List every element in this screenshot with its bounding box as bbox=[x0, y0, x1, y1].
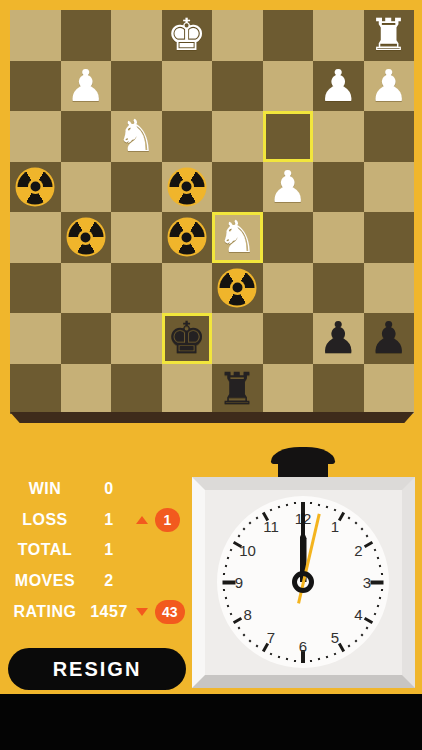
clock-tick bbox=[249, 639, 252, 642]
square-a1[interactable] bbox=[10, 364, 61, 415]
stat-value: 1 bbox=[82, 541, 136, 559]
clock-tick bbox=[377, 556, 380, 559]
square-a5[interactable] bbox=[10, 162, 61, 213]
square-b3[interactable] bbox=[61, 263, 112, 314]
chess-board[interactable]: ♚♜♟♟♟♞♟♞♚♟♟♜ bbox=[10, 10, 414, 414]
clock-tick bbox=[227, 605, 230, 608]
stat-label: RATING bbox=[8, 603, 82, 621]
square-h7[interactable]: ♟ bbox=[364, 61, 415, 112]
square-e7[interactable] bbox=[212, 61, 263, 112]
clock-tick bbox=[223, 589, 225, 591]
square-c2[interactable] bbox=[111, 313, 162, 364]
square-f4[interactable] bbox=[263, 212, 314, 263]
clock-tick bbox=[285, 504, 287, 506]
square-f8[interactable] bbox=[263, 10, 314, 61]
square-h2[interactable]: ♟ bbox=[364, 313, 415, 364]
square-e3[interactable] bbox=[212, 263, 263, 314]
stat-value: 1457 bbox=[82, 603, 136, 621]
square-g5[interactable] bbox=[313, 162, 364, 213]
square-d8[interactable]: ♚ bbox=[162, 10, 213, 61]
clock-tick bbox=[310, 659, 312, 661]
clock-tick bbox=[225, 597, 227, 599]
clock-tick bbox=[277, 506, 280, 509]
stats-panel: WIN0LOSS11TOTAL1MOVES2RATING145743 bbox=[8, 474, 192, 627]
stat-row-total: TOTAL1 bbox=[8, 535, 192, 566]
radiation-icon bbox=[218, 268, 257, 307]
clock-tick bbox=[374, 613, 377, 616]
square-f3[interactable] bbox=[263, 263, 314, 314]
square-f7[interactable] bbox=[263, 61, 314, 112]
radiation-icon bbox=[16, 167, 55, 206]
square-e6[interactable] bbox=[212, 111, 263, 162]
square-d7[interactable] bbox=[162, 61, 213, 112]
clock-tick bbox=[255, 517, 258, 520]
bottom-bar bbox=[0, 694, 422, 750]
clock-knob-stem[interactable] bbox=[278, 460, 328, 478]
clock-hub bbox=[292, 571, 314, 593]
white-knight[interactable]: ♞ bbox=[218, 212, 257, 262]
clock-tick bbox=[366, 534, 369, 537]
square-d1[interactable] bbox=[162, 364, 213, 415]
clock-tick bbox=[225, 564, 227, 566]
square-g6[interactable] bbox=[313, 111, 364, 162]
square-d4[interactable] bbox=[162, 212, 213, 263]
clock-tick bbox=[230, 549, 233, 552]
square-b1[interactable] bbox=[61, 364, 112, 415]
square-h4[interactable] bbox=[364, 212, 415, 263]
white-pawn[interactable]: ♟ bbox=[319, 61, 358, 111]
black-rook[interactable]: ♜ bbox=[218, 364, 257, 414]
square-g2[interactable]: ♟ bbox=[313, 313, 364, 364]
clock-tick bbox=[354, 639, 357, 642]
square-b8[interactable] bbox=[61, 10, 112, 61]
clock-number-10: 10 bbox=[237, 543, 259, 558]
white-pawn[interactable]: ♟ bbox=[66, 61, 105, 111]
chess-clock: 121234567891011 bbox=[192, 477, 415, 688]
stat-label: WIN bbox=[8, 480, 82, 498]
clock-number-3: 3 bbox=[356, 575, 378, 590]
square-c3[interactable] bbox=[111, 263, 162, 314]
square-d3[interactable] bbox=[162, 263, 213, 314]
square-d2[interactable]: ♚ bbox=[162, 313, 213, 364]
square-a6[interactable] bbox=[10, 111, 61, 162]
stat-value: 2 bbox=[82, 572, 136, 590]
clock-face: 121234567891011 bbox=[217, 496, 389, 668]
clock-tick bbox=[230, 613, 233, 616]
stat-row-moves: MOVES2 bbox=[8, 566, 192, 597]
white-rook[interactable]: ♜ bbox=[369, 10, 408, 60]
square-g3[interactable] bbox=[313, 263, 364, 314]
clock-number-7: 7 bbox=[260, 630, 282, 645]
clock-tick bbox=[243, 633, 246, 636]
square-c7[interactable] bbox=[111, 61, 162, 112]
resign-button[interactable]: RESIGN bbox=[8, 648, 186, 690]
square-a8[interactable] bbox=[10, 10, 61, 61]
clock-tick bbox=[318, 504, 320, 506]
square-a4[interactable] bbox=[10, 212, 61, 263]
square-h5[interactable] bbox=[364, 162, 415, 213]
stat-change: 1 bbox=[136, 508, 192, 532]
square-e1[interactable]: ♜ bbox=[212, 364, 263, 415]
square-a3[interactable] bbox=[10, 263, 61, 314]
up-triangle-icon bbox=[136, 516, 148, 524]
stat-change: 43 bbox=[136, 600, 192, 624]
clock-panel: 121234567891011 bbox=[205, 490, 402, 675]
square-g4[interactable] bbox=[313, 212, 364, 263]
clock-tick bbox=[318, 658, 320, 660]
clock-number-6: 6 bbox=[292, 639, 314, 654]
clock-number-9: 9 bbox=[228, 575, 250, 590]
clock-number-2: 2 bbox=[347, 543, 369, 558]
clock-tick bbox=[360, 528, 363, 531]
clock-tick bbox=[255, 645, 258, 648]
square-h8[interactable]: ♜ bbox=[364, 10, 415, 61]
square-c4[interactable] bbox=[111, 212, 162, 263]
clock-tick bbox=[380, 589, 382, 591]
change-badge: 43 bbox=[155, 600, 185, 624]
clock-number-1: 1 bbox=[324, 519, 346, 534]
black-king[interactable]: ♚ bbox=[167, 313, 206, 363]
black-pawn[interactable]: ♟ bbox=[369, 313, 408, 363]
square-e5[interactable] bbox=[212, 162, 263, 213]
clock-tick bbox=[379, 564, 381, 566]
stat-row-win: WIN0 bbox=[8, 474, 192, 505]
square-g8[interactable] bbox=[313, 10, 364, 61]
clock-tick bbox=[326, 506, 329, 509]
square-e8[interactable] bbox=[212, 10, 263, 61]
square-a7[interactable] bbox=[10, 61, 61, 112]
stat-row-loss: LOSS11 bbox=[8, 505, 192, 536]
clock-tick bbox=[238, 627, 241, 630]
clock-number-8: 8 bbox=[237, 607, 259, 622]
stat-value: 1 bbox=[82, 511, 136, 529]
clock-tick bbox=[374, 549, 377, 552]
board-bottom-edge bbox=[10, 412, 414, 423]
clock-tick bbox=[270, 653, 273, 656]
square-h1[interactable] bbox=[364, 364, 415, 415]
square-b7[interactable]: ♟ bbox=[61, 61, 112, 112]
clock-tick bbox=[277, 656, 280, 659]
clock-tick bbox=[360, 633, 363, 636]
square-c5[interactable] bbox=[111, 162, 162, 213]
clock-tick bbox=[334, 653, 337, 656]
square-h6[interactable] bbox=[364, 111, 415, 162]
clock-tick bbox=[377, 605, 380, 608]
clock-tick bbox=[379, 597, 381, 599]
square-b5[interactable] bbox=[61, 162, 112, 213]
change-badge: 1 bbox=[155, 508, 180, 532]
square-a2[interactable] bbox=[10, 313, 61, 364]
clock-tick bbox=[354, 522, 357, 525]
square-b4[interactable] bbox=[61, 212, 112, 263]
clock-tick bbox=[223, 573, 225, 575]
down-triangle-icon bbox=[136, 608, 148, 616]
clock-tick bbox=[326, 656, 329, 659]
square-e2[interactable] bbox=[212, 313, 263, 364]
clock-number-5: 5 bbox=[324, 630, 346, 645]
white-knight[interactable]: ♞ bbox=[117, 111, 156, 161]
clock-tick bbox=[348, 645, 351, 648]
clock-number-4: 4 bbox=[347, 607, 369, 622]
square-f1[interactable] bbox=[263, 364, 314, 415]
white-pawn[interactable]: ♟ bbox=[369, 61, 408, 111]
clock-tick bbox=[238, 534, 241, 537]
radiation-icon bbox=[167, 218, 206, 257]
square-b6[interactable] bbox=[61, 111, 112, 162]
stat-value: 0 bbox=[82, 480, 136, 498]
square-b2[interactable] bbox=[61, 313, 112, 364]
square-f6[interactable] bbox=[263, 111, 314, 162]
stat-row-rating: RATING145743 bbox=[8, 596, 192, 627]
white-king[interactable]: ♚ bbox=[167, 10, 206, 60]
clock-tick bbox=[366, 627, 369, 630]
square-e4[interactable]: ♞ bbox=[212, 212, 263, 263]
square-f2[interactable] bbox=[263, 313, 314, 364]
black-pawn[interactable]: ♟ bbox=[319, 313, 358, 363]
clock-tick bbox=[285, 658, 287, 660]
radiation-icon bbox=[66, 218, 105, 257]
square-f5[interactable]: ♟ bbox=[263, 162, 314, 213]
clock-tick bbox=[348, 517, 351, 520]
square-c6[interactable]: ♞ bbox=[111, 111, 162, 162]
clock-tick bbox=[270, 509, 273, 512]
radiation-icon bbox=[167, 167, 206, 206]
stat-label: LOSS bbox=[8, 511, 82, 529]
square-d6[interactable] bbox=[162, 111, 213, 162]
clock-tick bbox=[310, 502, 312, 504]
clock-tick bbox=[249, 522, 252, 525]
square-g1[interactable] bbox=[313, 364, 364, 415]
square-d5[interactable] bbox=[162, 162, 213, 213]
clock-tick bbox=[334, 509, 337, 512]
square-c8[interactable] bbox=[111, 10, 162, 61]
white-pawn[interactable]: ♟ bbox=[268, 162, 307, 212]
clock-tick bbox=[294, 502, 296, 504]
stat-label: TOTAL bbox=[8, 541, 82, 559]
square-c1[interactable] bbox=[111, 364, 162, 415]
square-h3[interactable] bbox=[364, 263, 415, 314]
clock-number-11: 11 bbox=[260, 519, 282, 534]
clock-tick bbox=[380, 573, 382, 575]
clock-tick bbox=[294, 659, 296, 661]
clock-tick bbox=[227, 556, 230, 559]
clock-tick bbox=[243, 528, 246, 531]
square-g7[interactable]: ♟ bbox=[313, 61, 364, 112]
stat-label: MOVES bbox=[8, 572, 82, 590]
